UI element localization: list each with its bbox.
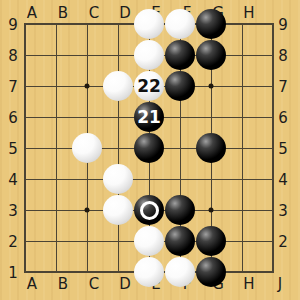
star-point <box>85 84 90 89</box>
stone-white-C5[interactable] <box>72 133 102 163</box>
coord-label-right-2: 2 <box>278 235 288 250</box>
stone-black-G9[interactable] <box>196 9 226 39</box>
star-point <box>85 208 90 213</box>
grid-line-vertical <box>272 23 274 273</box>
stone-white-E9[interactable] <box>134 9 164 39</box>
coord-label-bottom-A: A <box>27 277 37 292</box>
stone-black-E5[interactable] <box>134 133 164 163</box>
coord-label-right-6: 6 <box>278 111 288 126</box>
coord-label-top-B: B <box>58 6 68 21</box>
stone-white-D4[interactable] <box>103 164 133 194</box>
stone-white-E7[interactable]: 22 <box>134 71 164 101</box>
grid-line-horizontal <box>24 179 274 180</box>
coord-label-top-C: C <box>89 6 99 21</box>
stone-black-G5[interactable] <box>196 133 226 163</box>
coord-label-left-6: 6 <box>8 111 18 126</box>
coord-label-right-9: 9 <box>278 18 288 33</box>
stone-white-D3[interactable] <box>103 195 133 225</box>
circle-mark-icon <box>140 201 159 220</box>
coord-label-top-H: H <box>243 6 254 21</box>
stone-black-G2[interactable] <box>196 226 226 256</box>
coord-label-top-D: D <box>119 6 131 21</box>
stone-black-F2[interactable] <box>165 226 195 256</box>
star-point <box>209 208 214 213</box>
stone-white-E8[interactable] <box>134 40 164 70</box>
coord-label-right-4: 4 <box>278 173 288 188</box>
stone-black-G8[interactable] <box>196 40 226 70</box>
stone-black-E6[interactable]: 21 <box>134 102 164 132</box>
coord-label-bottom-D: D <box>119 277 131 292</box>
stone-black-E3[interactable] <box>134 195 164 225</box>
stone-white-E1[interactable] <box>134 257 164 287</box>
coord-label-right-7: 7 <box>278 80 288 95</box>
coord-label-left-8: 8 <box>8 49 18 64</box>
coord-label-top-A: A <box>27 6 37 21</box>
coord-label-right-5: 5 <box>278 142 288 157</box>
coord-label-bottom-B: B <box>58 277 68 292</box>
stone-white-F1[interactable] <box>165 257 195 287</box>
go-board[interactable]: ABCDEFGHABCDEFGHJ987654321987654322122 <box>0 0 300 300</box>
stone-white-E2[interactable] <box>134 226 164 256</box>
coord-label-right-3: 3 <box>278 204 288 219</box>
move-number-label: 21 <box>137 109 161 126</box>
coord-label-left-3: 3 <box>8 204 18 219</box>
stone-black-F3[interactable] <box>165 195 195 225</box>
coord-label-bottom-J: J <box>278 277 282 292</box>
move-number-label: 22 <box>137 78 161 95</box>
coord-label-left-2: 2 <box>8 235 18 250</box>
stone-white-D7[interactable] <box>103 71 133 101</box>
coord-label-bottom-C: C <box>89 277 99 292</box>
coord-label-left-1: 1 <box>8 266 18 281</box>
stone-black-G1[interactable] <box>196 257 226 287</box>
grid-line-vertical <box>242 23 243 273</box>
coord-label-left-7: 7 <box>8 80 18 95</box>
stone-black-F7[interactable] <box>165 71 195 101</box>
stone-white-F9[interactable] <box>165 9 195 39</box>
stone-black-F8[interactable] <box>165 40 195 70</box>
coord-label-left-4: 4 <box>8 173 18 188</box>
coord-label-left-5: 5 <box>8 142 18 157</box>
coord-label-bottom-H: H <box>243 277 254 292</box>
star-point <box>209 84 214 89</box>
coord-label-right-8: 8 <box>278 49 288 64</box>
coord-label-left-9: 9 <box>8 18 18 33</box>
